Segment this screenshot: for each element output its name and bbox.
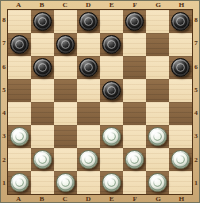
square-f7 xyxy=(123,33,146,56)
light-piece[interactable] xyxy=(102,127,121,146)
file-label-f: F xyxy=(123,1,146,9)
square-d8[interactable] xyxy=(77,10,100,33)
square-a1[interactable] xyxy=(8,171,31,194)
square-c7[interactable] xyxy=(54,33,77,56)
square-c6 xyxy=(54,56,77,79)
file-label-d: D xyxy=(77,1,100,9)
square-a6 xyxy=(8,56,31,79)
square-f1 xyxy=(123,171,146,194)
square-a2 xyxy=(8,148,31,171)
square-h7 xyxy=(169,33,192,56)
square-f6[interactable] xyxy=(123,56,146,79)
square-g1[interactable] xyxy=(146,171,169,194)
light-piece[interactable] xyxy=(33,150,52,169)
rank-label-8: 8 xyxy=(193,9,199,32)
rank-label-6: 6 xyxy=(193,56,199,79)
square-c5[interactable] xyxy=(54,79,77,102)
file-label-e: E xyxy=(100,195,123,203)
dark-piece[interactable] xyxy=(102,81,121,100)
square-b5 xyxy=(31,79,54,102)
square-b8[interactable] xyxy=(31,10,54,33)
square-a3[interactable] xyxy=(8,125,31,148)
light-piece[interactable] xyxy=(171,150,190,169)
square-e3[interactable] xyxy=(100,125,123,148)
square-e7[interactable] xyxy=(100,33,123,56)
square-g2 xyxy=(146,148,169,171)
file-label-d: D xyxy=(77,195,100,203)
square-f8[interactable] xyxy=(123,10,146,33)
square-f5 xyxy=(123,79,146,102)
dark-piece[interactable] xyxy=(56,35,75,54)
square-c8 xyxy=(54,10,77,33)
square-g5[interactable] xyxy=(146,79,169,102)
file-label-g: G xyxy=(147,1,170,9)
square-h1 xyxy=(169,171,192,194)
square-d3 xyxy=(77,125,100,148)
square-b1 xyxy=(31,171,54,194)
square-e2 xyxy=(100,148,123,171)
square-a5[interactable] xyxy=(8,79,31,102)
light-piece[interactable] xyxy=(10,127,29,146)
file-label-a: A xyxy=(7,195,30,203)
rank-label-3: 3 xyxy=(193,125,199,148)
file-label-b: B xyxy=(30,195,53,203)
square-c4 xyxy=(54,102,77,125)
dark-piece[interactable] xyxy=(171,58,190,77)
square-h6[interactable] xyxy=(169,56,192,79)
light-piece[interactable] xyxy=(125,150,144,169)
square-d7 xyxy=(77,33,100,56)
square-h5 xyxy=(169,79,192,102)
checkers-board-frame: ABCDEFGH 87654321 87654321 ABCDEFGH xyxy=(0,0,200,203)
rank-label-2: 2 xyxy=(193,149,199,172)
square-g6 xyxy=(146,56,169,79)
dark-piece[interactable] xyxy=(10,35,29,54)
file-label-b: B xyxy=(30,1,53,9)
square-e4 xyxy=(100,102,123,125)
square-d5 xyxy=(77,79,100,102)
light-piece[interactable] xyxy=(102,173,121,192)
file-labels-top: ABCDEFGH xyxy=(7,1,193,9)
file-label-c: C xyxy=(54,195,77,203)
dark-piece[interactable] xyxy=(171,12,190,31)
square-b4[interactable] xyxy=(31,102,54,125)
light-piece[interactable] xyxy=(148,127,167,146)
square-b6[interactable] xyxy=(31,56,54,79)
light-piece[interactable] xyxy=(56,173,75,192)
square-h3 xyxy=(169,125,192,148)
square-a8 xyxy=(8,10,31,33)
square-g3[interactable] xyxy=(146,125,169,148)
square-g7[interactable] xyxy=(146,33,169,56)
square-h4[interactable] xyxy=(169,102,192,125)
dark-piece[interactable] xyxy=(79,58,98,77)
light-piece[interactable] xyxy=(148,173,167,192)
square-b2[interactable] xyxy=(31,148,54,171)
square-e8 xyxy=(100,10,123,33)
file-label-f: F xyxy=(123,195,146,203)
file-label-h: H xyxy=(170,1,193,9)
square-c3[interactable] xyxy=(54,125,77,148)
square-f3 xyxy=(123,125,146,148)
square-e6 xyxy=(100,56,123,79)
dark-piece[interactable] xyxy=(79,12,98,31)
file-label-a: A xyxy=(7,1,30,9)
dark-piece[interactable] xyxy=(102,35,121,54)
square-f4[interactable] xyxy=(123,102,146,125)
square-h2[interactable] xyxy=(169,148,192,171)
square-d2[interactable] xyxy=(77,148,100,171)
square-a4 xyxy=(8,102,31,125)
rank-label-5: 5 xyxy=(193,79,199,102)
square-b3 xyxy=(31,125,54,148)
square-e5[interactable] xyxy=(100,79,123,102)
square-d6[interactable] xyxy=(77,56,100,79)
dark-piece[interactable] xyxy=(33,12,52,31)
file-label-g: G xyxy=(147,195,170,203)
dark-piece[interactable] xyxy=(33,58,52,77)
square-g8 xyxy=(146,10,169,33)
square-b7 xyxy=(31,33,54,56)
light-piece[interactable] xyxy=(10,173,29,192)
checkers-board xyxy=(7,9,193,195)
file-label-e: E xyxy=(100,1,123,9)
rank-label-1: 1 xyxy=(193,172,199,195)
rank-label-7: 7 xyxy=(193,32,199,55)
square-d1 xyxy=(77,171,100,194)
light-piece[interactable] xyxy=(79,150,98,169)
square-d4[interactable] xyxy=(77,102,100,125)
square-c2 xyxy=(54,148,77,171)
square-e1[interactable] xyxy=(100,171,123,194)
file-labels-bottom: ABCDEFGH xyxy=(7,195,193,203)
square-c1[interactable] xyxy=(54,171,77,194)
file-label-c: C xyxy=(54,1,77,9)
file-label-h: H xyxy=(170,195,193,203)
rank-labels-right: 87654321 xyxy=(193,9,199,195)
rank-label-4: 4 xyxy=(193,102,199,125)
square-f2[interactable] xyxy=(123,148,146,171)
square-a7[interactable] xyxy=(8,33,31,56)
dark-piece[interactable] xyxy=(125,12,144,31)
square-h8[interactable] xyxy=(169,10,192,33)
square-g4 xyxy=(146,102,169,125)
